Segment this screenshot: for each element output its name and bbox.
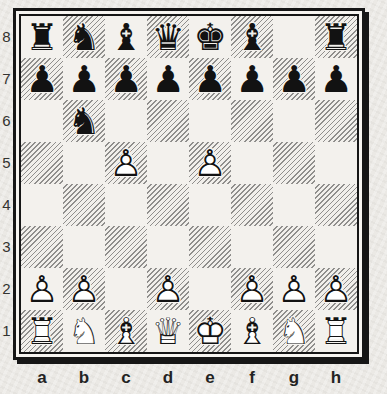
file-label-e: e [189, 366, 231, 390]
white-knight-b1[interactable]: ♘ [63, 310, 105, 352]
square-g4[interactable] [273, 184, 315, 226]
file-label-d: d [147, 366, 189, 390]
black-pawn-h7[interactable]: ♟ [315, 58, 357, 100]
square-a3[interactable] [21, 226, 63, 268]
black-bishop-c8[interactable]: ♝ [105, 16, 147, 58]
black-pawn-b7[interactable]: ♟ [63, 58, 105, 100]
black-rook-a8[interactable]: ♜ [21, 16, 63, 58]
square-c3[interactable] [105, 226, 147, 268]
square-a2[interactable]: ♟♙ [21, 268, 63, 310]
file-label-f: f [231, 366, 273, 390]
white-king-e1-fill: ♚ [189, 310, 231, 352]
square-h1[interactable]: ♜♖ [315, 310, 357, 352]
black-pawn-e7[interactable]: ♟ [189, 58, 231, 100]
black-pawn-c7[interactable]: ♟ [105, 58, 147, 100]
square-g2[interactable]: ♟♙ [273, 268, 315, 310]
square-e4[interactable] [189, 184, 231, 226]
board-inner-border: ♜♞♝♛♚♝♜♟♟♟♟♟♟♟♟♞♟♙♟♙♟♙♟♙♟♙♟♙♟♙♟♙♜♖♞♘♝♗♛♕… [19, 14, 359, 354]
file-label-g: g [273, 366, 315, 390]
square-c7[interactable]: ♟ [105, 58, 147, 100]
square-d5[interactable] [147, 142, 189, 184]
square-a6[interactable] [21, 100, 63, 142]
white-bishop-c1-fill: ♝ [105, 310, 147, 352]
square-c8[interactable]: ♝ [105, 16, 147, 58]
black-pawn-a7[interactable]: ♟ [21, 58, 63, 100]
white-pawn-g2-fill: ♟ [273, 268, 315, 310]
file-label-a: a [21, 366, 63, 390]
square-f4[interactable] [231, 184, 273, 226]
square-d3[interactable] [147, 226, 189, 268]
white-bishop-f1-fill: ♝ [231, 310, 273, 352]
square-h5[interactable] [315, 142, 357, 184]
square-b6[interactable]: ♞ [63, 100, 105, 142]
square-b1[interactable]: ♞♘ [63, 310, 105, 352]
white-knight-g1[interactable]: ♘ [273, 310, 315, 352]
white-bishop-f1[interactable]: ♗ [231, 310, 273, 352]
white-pawn-f2[interactable]: ♙ [231, 268, 273, 310]
square-d8[interactable]: ♛ [147, 16, 189, 58]
white-pawn-d2-fill: ♟ [147, 268, 189, 310]
square-a8[interactable]: ♜ [21, 16, 63, 58]
white-pawn-a2-fill: ♟ [21, 268, 63, 310]
square-c6[interactable] [105, 100, 147, 142]
white-pawn-h2-fill: ♟ [315, 268, 357, 310]
square-d7[interactable]: ♟ [147, 58, 189, 100]
square-g6[interactable] [273, 100, 315, 142]
white-bishop-c1[interactable]: ♗ [105, 310, 147, 352]
white-rook-h1-fill: ♜ [315, 310, 357, 352]
rank-label-6: 6 [0, 100, 13, 142]
rank-label-5: 5 [0, 142, 13, 184]
square-a4[interactable] [21, 184, 63, 226]
square-e1[interactable]: ♚♔ [189, 310, 231, 352]
black-pawn-d7[interactable]: ♟ [147, 58, 189, 100]
square-h3[interactable] [315, 226, 357, 268]
white-rook-a1-fill: ♜ [21, 310, 63, 352]
square-b8[interactable]: ♞ [63, 16, 105, 58]
square-e8[interactable]: ♚ [189, 16, 231, 58]
square-e2[interactable] [189, 268, 231, 310]
square-h2[interactable]: ♟♙ [315, 268, 357, 310]
square-f7[interactable]: ♟ [231, 58, 273, 100]
white-rook-h1[interactable]: ♖ [315, 310, 357, 352]
black-knight-b6[interactable]: ♞ [63, 100, 105, 142]
black-king-e8[interactable]: ♚ [189, 16, 231, 58]
square-b5[interactable] [63, 142, 105, 184]
square-e3[interactable] [189, 226, 231, 268]
white-rook-a1[interactable]: ♖ [21, 310, 63, 352]
square-h8[interactable]: ♜ [315, 16, 357, 58]
white-knight-b1-fill: ♞ [63, 310, 105, 352]
square-g8[interactable] [273, 16, 315, 58]
square-f8[interactable]: ♝ [231, 16, 273, 58]
rank-label-8: 8 [0, 16, 13, 58]
square-d2[interactable]: ♟♙ [147, 268, 189, 310]
file-labels: abcdefgh [21, 366, 357, 390]
white-queen-d1[interactable]: ♕ [147, 310, 189, 352]
white-pawn-d2[interactable]: ♙ [147, 268, 189, 310]
black-pawn-f7[interactable]: ♟ [231, 58, 273, 100]
file-label-c: c [105, 366, 147, 390]
square-a7[interactable]: ♟ [21, 58, 63, 100]
square-g7[interactable]: ♟ [273, 58, 315, 100]
white-pawn-f2-fill: ♟ [231, 268, 273, 310]
square-f6[interactable] [231, 100, 273, 142]
black-queen-d8[interactable]: ♛ [147, 16, 189, 58]
white-pawn-c5[interactable]: ♙ [105, 142, 147, 184]
black-knight-b8[interactable]: ♞ [63, 16, 105, 58]
square-b7[interactable]: ♟ [63, 58, 105, 100]
square-d6[interactable] [147, 100, 189, 142]
square-h7[interactable]: ♟ [315, 58, 357, 100]
square-c4[interactable] [105, 184, 147, 226]
square-d1[interactable]: ♛♕ [147, 310, 189, 352]
square-e5[interactable]: ♟♙ [189, 142, 231, 184]
square-a5[interactable] [21, 142, 63, 184]
chess-diagram: 87654321 ♜♞♝♛♚♝♜♟♟♟♟♟♟♟♟♞♟♙♟♙♟♙♟♙♟♙♟♙♟♙♟… [0, 0, 387, 394]
square-a1[interactable]: ♜♖ [21, 310, 63, 352]
square-h6[interactable] [315, 100, 357, 142]
board-frame: ♜♞♝♛♚♝♜♟♟♟♟♟♟♟♟♞♟♙♟♙♟♙♟♙♟♙♟♙♟♙♟♙♜♖♞♘♝♗♛♕… [13, 8, 365, 360]
white-queen-d1-fill: ♛ [147, 310, 189, 352]
rank-label-1: 1 [0, 310, 13, 352]
white-pawn-h2[interactable]: ♙ [315, 268, 357, 310]
chess-board: ♜♞♝♛♚♝♜♟♟♟♟♟♟♟♟♞♟♙♟♙♟♙♟♙♟♙♟♙♟♙♟♙♜♖♞♘♝♗♛♕… [21, 16, 357, 352]
white-pawn-a2[interactable]: ♙ [21, 268, 63, 310]
file-label-b: b [63, 366, 105, 390]
file-label-h: h [315, 366, 357, 390]
white-knight-g1-fill: ♞ [273, 310, 315, 352]
square-c2[interactable] [105, 268, 147, 310]
white-pawn-e5-fill: ♟ [189, 142, 231, 184]
square-g5[interactable] [273, 142, 315, 184]
white-pawn-b2-fill: ♟ [63, 268, 105, 310]
square-b3[interactable] [63, 226, 105, 268]
white-king-e1[interactable]: ♔ [189, 310, 231, 352]
white-pawn-e5[interactable]: ♙ [189, 142, 231, 184]
rank-label-3: 3 [0, 226, 13, 268]
square-f2[interactable]: ♟♙ [231, 268, 273, 310]
square-g1[interactable]: ♞♘ [273, 310, 315, 352]
square-b4[interactable] [63, 184, 105, 226]
rank-label-2: 2 [0, 268, 13, 310]
square-e7[interactable]: ♟ [189, 58, 231, 100]
black-pawn-g7[interactable]: ♟ [273, 58, 315, 100]
square-f1[interactable]: ♝♗ [231, 310, 273, 352]
square-b2[interactable]: ♟♙ [63, 268, 105, 310]
rank-label-4: 4 [0, 184, 13, 226]
white-pawn-g2[interactable]: ♙ [273, 268, 315, 310]
square-e6[interactable] [189, 100, 231, 142]
black-rook-h8[interactable]: ♜ [315, 16, 357, 58]
rank-labels: 87654321 [0, 16, 13, 352]
square-d4[interactable] [147, 184, 189, 226]
square-h4[interactable] [315, 184, 357, 226]
square-c5[interactable]: ♟♙ [105, 142, 147, 184]
black-bishop-f8[interactable]: ♝ [231, 16, 273, 58]
white-pawn-c5-fill: ♟ [105, 142, 147, 184]
square-f5[interactable] [231, 142, 273, 184]
square-c1[interactable]: ♝♗ [105, 310, 147, 352]
rank-label-7: 7 [0, 58, 13, 100]
square-f3[interactable] [231, 226, 273, 268]
white-pawn-b2[interactable]: ♙ [63, 268, 105, 310]
square-g3[interactable] [273, 226, 315, 268]
